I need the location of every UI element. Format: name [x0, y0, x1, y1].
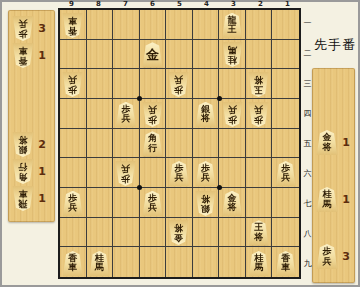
file-labels: 987654321 — [58, 0, 301, 8]
file-label: 5 — [166, 0, 193, 8]
sente-hand-slot-桂馬[interactable]: 桂馬1 — [312, 186, 355, 213]
board-cell-8九[interactable]: 桂馬 — [87, 247, 114, 277]
shogi-piece-香車[interactable]: 香車 — [62, 13, 83, 38]
piece-kanji: 兵 — [148, 105, 157, 115]
board-cell-6三[interactable] — [140, 69, 167, 99]
board-cell-6九[interactable] — [140, 247, 167, 277]
board-cell-3九[interactable] — [219, 247, 246, 277]
board-cell-5一[interactable] — [166, 10, 193, 40]
board-cell-1四[interactable] — [272, 99, 299, 129]
captured-count: 1 — [338, 136, 354, 149]
shogi-piece-金将[interactable]: 金将 — [316, 130, 338, 155]
shogi-piece-桂馬[interactable]: 桂馬 — [248, 251, 269, 276]
board-cell-9一[interactable]: 香車 — [60, 10, 87, 40]
shogi-piece-歩兵[interactable]: 歩兵 — [142, 102, 163, 127]
board-grid: 香車龍王金桂馬歩兵歩兵玉将歩兵歩兵銀将歩兵歩兵角行歩兵歩兵歩兵歩兵歩兵歩兵銀将金… — [60, 10, 299, 277]
board-cell-4一[interactable] — [193, 10, 220, 40]
board-cell-4五[interactable] — [193, 129, 220, 159]
board-cell-8三[interactable] — [87, 69, 114, 99]
board-cell-8六[interactable] — [87, 158, 114, 188]
board-cell-8四[interactable] — [87, 99, 114, 129]
shogi-piece-銀将[interactable]: 銀将 — [195, 102, 216, 127]
gote-hand-slot-香車[interactable]: 香車1 — [8, 42, 55, 69]
gote-hand-slot-飛車[interactable]: 飛車1 — [8, 185, 55, 212]
board-cell-8七[interactable] — [87, 188, 114, 218]
piece-kanji: 馬 — [95, 263, 104, 273]
board-cell-7六[interactable]: 歩兵 — [113, 158, 140, 188]
board-cell-3五[interactable] — [219, 129, 246, 159]
board-cell-5五[interactable] — [166, 129, 193, 159]
board-cell-2七[interactable] — [246, 188, 273, 218]
piece-kanji: 銀 — [201, 203, 210, 213]
board-cell-6四[interactable]: 歩兵 — [140, 99, 167, 129]
piece-kanji: 馬 — [323, 200, 332, 210]
piece-kanji: 将 — [254, 233, 263, 243]
board-cell-2八[interactable]: 王将 — [246, 218, 273, 248]
board-cell-7五[interactable] — [113, 129, 140, 159]
piece-kanji: 歩 — [121, 173, 130, 183]
board-cell-9九[interactable]: 香車 — [60, 247, 87, 277]
board-cell-6六[interactable] — [140, 158, 167, 188]
piece-kanji: 兵 — [281, 173, 290, 183]
shogi-piece-銀将[interactable]: 銀将 — [195, 191, 216, 216]
piece-kanji: 将 — [174, 223, 183, 233]
shogi-piece-桂馬[interactable]: 桂馬 — [316, 187, 338, 212]
sente-captured-tray: 金将1桂馬1歩兵3 — [312, 68, 355, 283]
gote-hand-slot-角行[interactable]: 角行1 — [8, 158, 55, 185]
shogi-diagram: 歩兵3香車1銀将2角行1飛車1 987654321 一二三四五六七八九 香車龍王… — [0, 0, 360, 287]
captured-count: 3 — [338, 250, 354, 263]
piece-kanji: 歩 — [148, 114, 157, 124]
shogi-piece-歩兵[interactable]: 歩兵 — [168, 72, 189, 97]
piece-kanji: 車 — [68, 263, 77, 273]
piece-kanji: 兵 — [148, 203, 157, 213]
piece-kanji: 馬 — [254, 263, 263, 273]
board-cell-7四[interactable]: 歩兵 — [113, 99, 140, 129]
piece-kanji: 兵 — [19, 19, 28, 29]
board-cell-4四[interactable]: 銀将 — [193, 99, 220, 129]
shogi-piece-歩兵[interactable]: 歩兵 — [248, 102, 269, 127]
piece-kanji: 金 — [174, 233, 183, 243]
captured-count: 2 — [34, 138, 50, 151]
shogi-piece-歩兵[interactable]: 歩兵 — [316, 244, 338, 269]
shogi-board: 香車龍王金桂馬歩兵歩兵玉将歩兵歩兵銀将歩兵歩兵角行歩兵歩兵歩兵歩兵歩兵歩兵銀将金… — [58, 8, 301, 279]
board-cell-4七[interactable]: 銀将 — [193, 188, 220, 218]
board-cell-4六[interactable]: 歩兵 — [193, 158, 220, 188]
board-cell-7九[interactable] — [113, 247, 140, 277]
piece-kanji: 将 — [201, 194, 210, 204]
piece-kanji: 将 — [19, 135, 28, 145]
gote-hand-slot-銀将[interactable]: 銀将2 — [8, 131, 55, 158]
board-cell-9二[interactable] — [60, 40, 87, 70]
shogi-piece-歩兵[interactable]: 歩兵 — [115, 102, 136, 127]
board-cell-5八[interactable]: 金将 — [166, 218, 193, 248]
piece-kanji: 将 — [201, 114, 210, 124]
piece-kanji: 兵 — [254, 105, 263, 115]
file-label: 4 — [193, 0, 220, 8]
captured-count: 3 — [34, 22, 50, 35]
board-cell-6七[interactable]: 歩兵 — [140, 188, 167, 218]
board-cell-9六[interactable] — [60, 158, 87, 188]
board-cell-8一[interactable] — [87, 10, 114, 40]
board-cell-3七[interactable]: 金将 — [219, 188, 246, 218]
piece-kanji: 桂 — [228, 55, 237, 65]
board-cell-1八[interactable] — [272, 218, 299, 248]
sente-hand-slot-歩兵[interactable]: 歩兵3 — [312, 243, 355, 270]
piece-kanji: 行 — [148, 144, 157, 154]
piece-kanji: 兵 — [68, 203, 77, 213]
board-cell-6八[interactable] — [140, 218, 167, 248]
shogi-piece-金将[interactable]: 金将 — [222, 191, 243, 216]
captured-count: 1 — [34, 49, 50, 62]
board-cell-4二[interactable] — [193, 40, 220, 70]
piece-kanji: 馬 — [228, 45, 237, 55]
board-cell-6五[interactable]: 角行 — [140, 129, 167, 159]
shogi-piece-香車[interactable]: 香車 — [12, 43, 34, 68]
board-cell-7八[interactable] — [113, 218, 140, 248]
shogi-piece-王将[interactable]: 王将 — [248, 220, 269, 245]
piece-kanji: 歩 — [19, 29, 28, 39]
piece-kanji: 歩 — [254, 114, 263, 124]
piece-kanji: 兵 — [121, 114, 130, 124]
board-cell-3二[interactable]: 桂馬 — [219, 40, 246, 70]
hoshi-dot — [217, 185, 222, 190]
board-cell-3六[interactable] — [219, 158, 246, 188]
shogi-piece-角行[interactable]: 角行 — [142, 131, 163, 156]
board-cell-5六[interactable]: 歩兵 — [166, 158, 193, 188]
board-cell-5九[interactable] — [166, 247, 193, 277]
piece-kanji: 銀 — [19, 145, 28, 155]
file-label: 3 — [220, 0, 247, 8]
shogi-piece-角行[interactable]: 角行 — [12, 159, 34, 184]
board-cell-6二[interactable]: 金 — [140, 40, 167, 70]
piece-kanji: 王 — [228, 25, 237, 35]
piece-kanji: 兵 — [174, 173, 183, 183]
board-cell-2三[interactable]: 玉将 — [246, 69, 273, 99]
board-cell-3一[interactable]: 龍王 — [219, 10, 246, 40]
shogi-piece-歩兵[interactable]: 歩兵 — [142, 191, 163, 216]
piece-kanji: 将 — [254, 75, 263, 85]
board-cell-9七[interactable]: 歩兵 — [60, 188, 87, 218]
shogi-piece-歩兵[interactable]: 歩兵 — [195, 161, 216, 186]
turn-indicator: 先手番 — [314, 36, 356, 54]
gote-captured-tray: 歩兵3香車1銀将2角行1飛車1 — [8, 10, 55, 222]
board-cell-1一[interactable] — [272, 10, 299, 40]
board-cell-2六[interactable] — [246, 158, 273, 188]
board-cell-9八[interactable] — [60, 218, 87, 248]
shogi-piece-桂馬[interactable]: 桂馬 — [222, 42, 243, 67]
board-cell-3八[interactable] — [219, 218, 246, 248]
piece-kanji: 角 — [19, 172, 28, 182]
board-cell-3四[interactable]: 歩兵 — [219, 99, 246, 129]
shogi-piece-歩兵[interactable]: 歩兵 — [168, 161, 189, 186]
file-label: 6 — [139, 0, 166, 8]
board-cell-8八[interactable] — [87, 218, 114, 248]
board-cell-4八[interactable] — [193, 218, 220, 248]
board-cell-7三[interactable] — [113, 69, 140, 99]
board-cell-1三[interactable] — [272, 69, 299, 99]
shogi-piece-金[interactable]: 金 — [142, 42, 163, 67]
piece-kanji: 車 — [68, 16, 77, 26]
board-cell-2二[interactable] — [246, 40, 273, 70]
hoshi-dot — [137, 185, 142, 190]
piece-kanji: 兵 — [201, 173, 210, 183]
board-cell-6一[interactable] — [140, 10, 167, 40]
board-cell-5二[interactable] — [166, 40, 193, 70]
rank-label: 二 — [302, 38, 313, 68]
piece-kanji: 兵 — [323, 257, 332, 267]
shogi-piece-龍王[interactable]: 龍王 — [222, 13, 243, 38]
board-cell-4三[interactable] — [193, 69, 220, 99]
board-cell-3三[interactable] — [219, 69, 246, 99]
shogi-piece-香車[interactable]: 香車 — [62, 251, 83, 276]
piece-kanji: 車 — [281, 263, 290, 273]
board-cell-1九[interactable]: 香車 — [272, 247, 299, 277]
board-cell-9四[interactable] — [60, 99, 87, 129]
piece-kanji: 車 — [19, 46, 28, 56]
piece-kanji: 飛 — [19, 199, 28, 209]
board-cell-1二[interactable] — [272, 40, 299, 70]
file-label: 8 — [85, 0, 112, 8]
board-cell-1六[interactable]: 歩兵 — [272, 158, 299, 188]
shogi-piece-歩兵[interactable]: 歩兵 — [275, 161, 296, 186]
board-cell-4九[interactable] — [193, 247, 220, 277]
shogi-piece-歩兵[interactable]: 歩兵 — [12, 16, 34, 41]
piece-kanji: 香 — [19, 56, 28, 66]
captured-count: 1 — [338, 193, 354, 206]
piece-kanji: 歩 — [228, 114, 237, 124]
board-cell-2四[interactable]: 歩兵 — [246, 99, 273, 129]
board-cell-1七[interactable] — [272, 188, 299, 218]
piece-kanji: 将 — [323, 143, 332, 153]
shogi-piece-銀将[interactable]: 銀将 — [12, 132, 34, 157]
captured-count: 1 — [34, 192, 50, 205]
piece-kanji: 歩 — [174, 84, 183, 94]
board-cell-9五[interactable] — [60, 129, 87, 159]
gote-hand-slot-歩兵[interactable]: 歩兵3 — [8, 15, 55, 42]
hoshi-dot — [137, 96, 142, 101]
board-cell-5四[interactable] — [166, 99, 193, 129]
shogi-piece-桂馬[interactable]: 桂馬 — [89, 251, 110, 276]
board-cell-8五[interactable] — [87, 129, 114, 159]
shogi-piece-香車[interactable]: 香車 — [275, 251, 296, 276]
board-cell-2一[interactable] — [246, 10, 273, 40]
board-cell-2九[interactable]: 桂馬 — [246, 247, 273, 277]
rank-label: 一 — [302, 8, 313, 38]
file-label: 2 — [247, 0, 274, 8]
shogi-piece-歩兵[interactable]: 歩兵 — [115, 161, 136, 186]
board-cell-7七[interactable] — [113, 188, 140, 218]
shogi-piece-飛車[interactable]: 飛車 — [12, 186, 34, 211]
board-cell-5三[interactable]: 歩兵 — [166, 69, 193, 99]
hoshi-dot — [217, 96, 222, 101]
piece-kanji: 将 — [228, 203, 237, 213]
file-label: 7 — [112, 0, 139, 8]
file-label: 1 — [274, 0, 301, 8]
piece-kanji: 行 — [19, 162, 28, 172]
sente-hand-slot-金将[interactable]: 金将1 — [312, 129, 355, 156]
shogi-piece-金将[interactable]: 金将 — [168, 220, 189, 245]
piece-kanji: 兵 — [228, 105, 237, 115]
shogi-piece-歩兵[interactable]: 歩兵 — [62, 72, 83, 97]
board-cell-1五[interactable] — [272, 129, 299, 159]
piece-kanji: 香 — [68, 25, 77, 35]
shogi-piece-歩兵[interactable]: 歩兵 — [222, 102, 243, 127]
piece-kanji: 玉 — [254, 84, 263, 94]
shogi-piece-歩兵[interactable]: 歩兵 — [62, 191, 83, 216]
shogi-piece-玉将[interactable]: 玉将 — [248, 72, 269, 97]
piece-kanji: 車 — [19, 189, 28, 199]
board-cell-2五[interactable] — [246, 129, 273, 159]
piece-kanji: 金 — [146, 48, 159, 62]
piece-kanji: 兵 — [174, 75, 183, 85]
board-cell-7一[interactable] — [113, 10, 140, 40]
board-cell-5七[interactable] — [166, 188, 193, 218]
board-cell-7二[interactable] — [113, 40, 140, 70]
board-cell-8二[interactable] — [87, 40, 114, 70]
file-label: 9 — [58, 0, 85, 8]
piece-kanji: 歩 — [68, 84, 77, 94]
piece-kanji: 兵 — [68, 75, 77, 85]
piece-kanji: 兵 — [121, 164, 130, 174]
captured-count: 1 — [34, 165, 50, 178]
board-cell-9三[interactable]: 歩兵 — [60, 69, 87, 99]
